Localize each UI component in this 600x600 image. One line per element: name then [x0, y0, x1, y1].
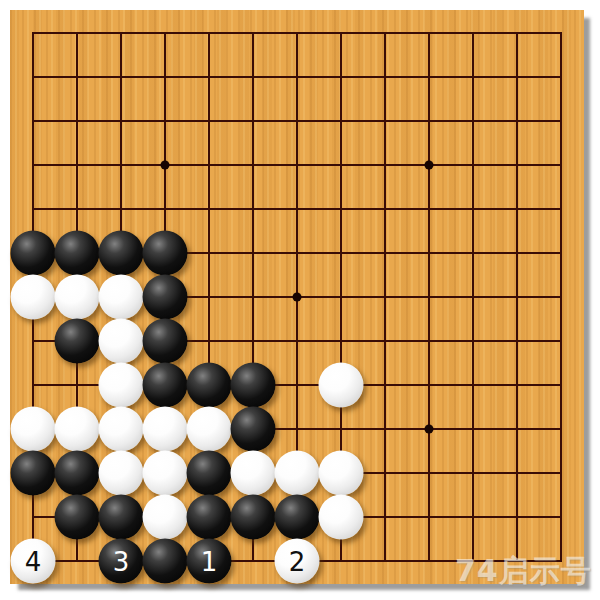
- black-stone: [275, 495, 320, 540]
- black-stone: [11, 231, 56, 276]
- black-stone: [11, 451, 56, 496]
- black-stone: 1: [187, 539, 232, 584]
- black-stone: [143, 539, 188, 584]
- black-stone: 3: [99, 539, 144, 584]
- move-number-label: 1: [201, 548, 218, 574]
- white-stone: 4: [11, 539, 56, 584]
- black-stone: [231, 363, 276, 408]
- black-stone: [99, 495, 144, 540]
- black-stone: [143, 319, 188, 364]
- white-stone: [187, 407, 232, 452]
- white-stone: [319, 451, 364, 496]
- black-stone: [231, 495, 276, 540]
- white-stone: [99, 363, 144, 408]
- black-stone: [55, 319, 100, 364]
- black-stone: [99, 231, 144, 276]
- star-point: [161, 161, 170, 170]
- black-stone: [55, 231, 100, 276]
- white-stone: [231, 451, 276, 496]
- white-stone: [99, 407, 144, 452]
- move-number-label: 4: [25, 548, 42, 574]
- white-stone: [99, 319, 144, 364]
- black-stone: [187, 495, 232, 540]
- white-stone: [143, 407, 188, 452]
- black-stone: [55, 451, 100, 496]
- white-stone: [319, 495, 364, 540]
- white-stone: [143, 495, 188, 540]
- white-stone: [319, 363, 364, 408]
- black-stone: [187, 363, 232, 408]
- white-stone: [143, 451, 188, 496]
- black-stone: [231, 407, 276, 452]
- black-stone: [143, 363, 188, 408]
- white-stone: [275, 451, 320, 496]
- star-point: [293, 293, 302, 302]
- star-point: [425, 161, 434, 170]
- grid-line-vertical: [428, 32, 430, 562]
- black-stone: [143, 275, 188, 320]
- move-number-label: 3: [113, 548, 130, 574]
- black-stone: [143, 231, 188, 276]
- black-stone: [187, 451, 232, 496]
- white-stone: [55, 275, 100, 320]
- page: 4312 74启示号: [0, 0, 600, 600]
- grid-line-vertical: [472, 32, 474, 562]
- watermark-text: 74启示号: [455, 551, 592, 592]
- white-stone: [99, 275, 144, 320]
- white-stone: [55, 407, 100, 452]
- grid-line-vertical: [384, 32, 386, 562]
- move-number-label: 2: [289, 548, 306, 574]
- white-stone: [11, 275, 56, 320]
- white-stone: [11, 407, 56, 452]
- white-stone: 2: [275, 539, 320, 584]
- star-point: [425, 425, 434, 434]
- black-stone: [55, 495, 100, 540]
- board-grid: 4312: [33, 33, 561, 561]
- grid-line-vertical: [560, 32, 562, 562]
- go-board: 4312: [10, 10, 584, 584]
- white-stone: [99, 451, 144, 496]
- grid-line-vertical: [516, 32, 518, 562]
